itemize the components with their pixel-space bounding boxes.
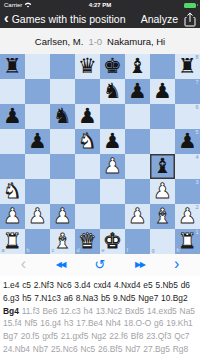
share-icon[interactable]	[184, 12, 196, 27]
piece-black-bishop: ♝	[125, 54, 150, 79]
file-label-e: e	[102, 248, 105, 254]
square-c2[interactable]: ♟	[50, 204, 75, 229]
piece-black-queen: ♛	[75, 54, 100, 79]
piece-black-pawn: ♟	[25, 129, 50, 154]
piece-black-knight: ♞	[50, 104, 75, 129]
file-label-h: h	[177, 248, 180, 254]
square-e3[interactable]	[100, 179, 125, 204]
square-h5[interactable]: ♟5	[175, 129, 200, 154]
square-b4[interactable]	[25, 154, 50, 179]
piece-white-pawn: ♟	[175, 204, 200, 229]
square-d6[interactable]: ♟	[75, 104, 100, 129]
square-a5[interactable]	[0, 129, 25, 154]
page-title[interactable]: Games with this position	[12, 13, 126, 25]
square-c7[interactable]	[50, 79, 75, 104]
moves-played[interactable]: 1.e4 c5 2.Nf3 Nc6 3.d4 cxd4 4.Nxd4 e5 5.…	[3, 280, 190, 303]
square-a1[interactable]: ♜a	[0, 229, 25, 254]
square-f3[interactable]	[125, 179, 150, 204]
piece-white-pawn: ♟	[25, 204, 50, 229]
current-move[interactable]: Bg4	[3, 306, 19, 316]
square-c3[interactable]	[50, 179, 75, 204]
battery-icon	[184, 3, 196, 8]
back-chevron-icon[interactable]: ‹	[4, 11, 9, 25]
rank-label-2: 2	[195, 205, 198, 211]
piece-white-rook: ♜	[0, 229, 25, 254]
square-h3[interactable]: 3	[175, 179, 200, 204]
square-h7[interactable]: 7	[175, 79, 200, 104]
square-e6[interactable]	[100, 104, 125, 129]
analyze-button[interactable]: Analyze	[141, 13, 178, 25]
game-result: 1-0	[88, 36, 102, 47]
square-d1[interactable]: ♛d	[75, 229, 100, 254]
square-c6[interactable]: ♞	[50, 104, 75, 129]
square-g5[interactable]	[150, 129, 175, 154]
piece-white-rook: ♜	[175, 229, 200, 254]
square-h8[interactable]: ♜8	[175, 54, 200, 79]
rank-label-4: 4	[195, 155, 198, 161]
file-label-f: f	[127, 248, 129, 254]
rank-label-1: 1	[195, 230, 198, 236]
square-d2[interactable]	[75, 204, 100, 229]
square-a6[interactable]: ♟	[0, 104, 25, 129]
square-g2[interactable]: ♝	[150, 204, 175, 229]
square-e7[interactable]: ♞	[100, 79, 125, 104]
rewind-to-start-button[interactable]: ◀◀	[56, 261, 65, 269]
rank-label-7: 7	[195, 80, 198, 86]
square-a2[interactable]: ♟	[0, 204, 25, 229]
square-b2[interactable]: ♟	[25, 204, 50, 229]
square-d5[interactable]: ♞	[75, 129, 100, 154]
piece-white-king: ♚	[100, 229, 125, 254]
chess-board: ♜♛♚♝♜8♞♟♟7♟♞♟6♟♞♟♟5♟♝4♞♟3♟♟♟♟♝♟2♜ab♝c♛d♚…	[0, 54, 200, 254]
forward-to-end-button[interactable]: ▶▶	[135, 261, 144, 269]
rank-label-3: 3	[195, 180, 198, 186]
square-d7[interactable]	[75, 79, 100, 104]
square-b5[interactable]: ♟	[25, 129, 50, 154]
square-c5[interactable]	[50, 129, 75, 154]
piece-black-bishop: ♝	[150, 154, 175, 179]
rank-label-5: 5	[195, 130, 198, 136]
piece-white-pawn: ♟	[125, 204, 150, 229]
move-list[interactable]: 1.e4 c5 2.Nf3 Nc6 3.d4 cxd4 4.Nxd4 e5 5.…	[0, 276, 200, 355]
square-g8[interactable]	[150, 54, 175, 79]
piece-black-pawn: ♟	[100, 129, 125, 154]
square-f2[interactable]: ♟	[125, 204, 150, 229]
square-h2[interactable]: ♟2	[175, 204, 200, 229]
piece-white-bishop: ♝	[150, 204, 175, 229]
square-e2[interactable]	[100, 204, 125, 229]
square-c4[interactable]	[50, 154, 75, 179]
square-g1[interactable]: g	[150, 229, 175, 254]
game-info-bar: Carlsen, M. 1-0 Nakamura, Hi	[0, 28, 200, 54]
square-e1[interactable]: ♚e	[100, 229, 125, 254]
square-f7[interactable]: ♟	[125, 79, 150, 104]
piece-white-bishop: ♝	[50, 229, 75, 254]
white-player-name: Carlsen, M.	[35, 36, 84, 47]
piece-black-pawn: ♟	[150, 79, 175, 104]
square-e8[interactable]: ♚	[100, 54, 125, 79]
square-b1[interactable]: b	[25, 229, 50, 254]
rank-label-8: 8	[195, 55, 198, 61]
square-h6[interactable]: 6	[175, 104, 200, 129]
moves-future[interactable]: 11.f3 Be6 12.c3 h4 13.Nc2 Bxd5 14.exd5 N…	[3, 306, 195, 355]
square-h1[interactable]: ♜1h	[175, 229, 200, 254]
piece-white-knight: ♞	[75, 129, 100, 154]
square-g4[interactable]: ♝	[150, 154, 175, 179]
square-b7[interactable]	[25, 79, 50, 104]
square-a8[interactable]: ♜	[0, 54, 25, 79]
piece-black-king: ♚	[100, 54, 125, 79]
piece-white-pawn: ♟	[0, 204, 25, 229]
square-b6[interactable]	[25, 104, 50, 129]
square-c1[interactable]: ♝c	[50, 229, 75, 254]
file-label-c: c	[52, 248, 55, 254]
square-g3[interactable]: ♟	[150, 179, 175, 204]
square-a7[interactable]	[0, 79, 25, 104]
square-a4[interactable]	[0, 154, 25, 179]
playback-controls: ‹ ◀◀ ↺ ▶▶ ›	[0, 254, 200, 276]
square-g6[interactable]	[150, 104, 175, 129]
file-label-b: b	[27, 248, 30, 254]
square-a3[interactable]: ♞	[0, 179, 25, 204]
piece-white-pawn: ♟	[50, 204, 75, 229]
square-d4[interactable]	[75, 154, 100, 179]
reset-board-icon[interactable]: ↺	[95, 258, 106, 271]
piece-black-knight: ♞	[100, 79, 125, 104]
square-d8[interactable]: ♛	[75, 54, 100, 79]
square-f5[interactable]	[125, 129, 150, 154]
square-f8[interactable]: ♝	[125, 54, 150, 79]
square-b3[interactable]	[25, 179, 50, 204]
rank-label-6: 6	[195, 105, 198, 111]
square-e5[interactable]: ♟	[100, 129, 125, 154]
piece-white-pawn: ♟	[100, 154, 125, 179]
file-label-g: g	[152, 248, 155, 254]
piece-white-pawn: ♟	[150, 179, 175, 204]
piece-black-pawn: ♟	[125, 79, 150, 104]
square-h4[interactable]: 4	[175, 154, 200, 179]
header: Carrier 4:27 PM ‹ Games with this positi…	[0, 0, 200, 28]
status-bar: Carrier 4:27 PM	[0, 0, 200, 10]
square-f1[interactable]: f	[125, 229, 150, 254]
square-g7[interactable]: ♟	[150, 79, 175, 104]
piece-black-rook: ♜	[0, 54, 25, 79]
previous-move-button[interactable]: ‹	[21, 256, 26, 272]
nav-bar: ‹ Games with this position Analyze	[0, 10, 200, 28]
piece-black-rook: ♜	[175, 54, 200, 79]
piece-black-pawn: ♟	[75, 104, 100, 129]
clock: 4:27 PM	[0, 2, 200, 8]
square-f6[interactable]	[125, 104, 150, 129]
black-player-name: Nakamura, Hi	[107, 36, 165, 47]
file-label-a: a	[2, 248, 5, 254]
piece-black-pawn: ♟	[175, 129, 200, 154]
square-f4[interactable]	[125, 154, 150, 179]
square-d3[interactable]	[75, 179, 100, 204]
square-b8[interactable]	[25, 54, 50, 79]
piece-black-pawn: ♟	[0, 104, 25, 129]
next-move-button[interactable]: ›	[174, 256, 179, 272]
file-label-d: d	[77, 248, 80, 254]
piece-white-queen: ♛	[75, 229, 100, 254]
piece-white-knight: ♞	[0, 179, 25, 204]
square-e4[interactable]: ♟	[100, 154, 125, 179]
square-c8[interactable]	[50, 54, 75, 79]
app-window: Carrier 4:27 PM ‹ Games with this positi…	[0, 0, 200, 355]
